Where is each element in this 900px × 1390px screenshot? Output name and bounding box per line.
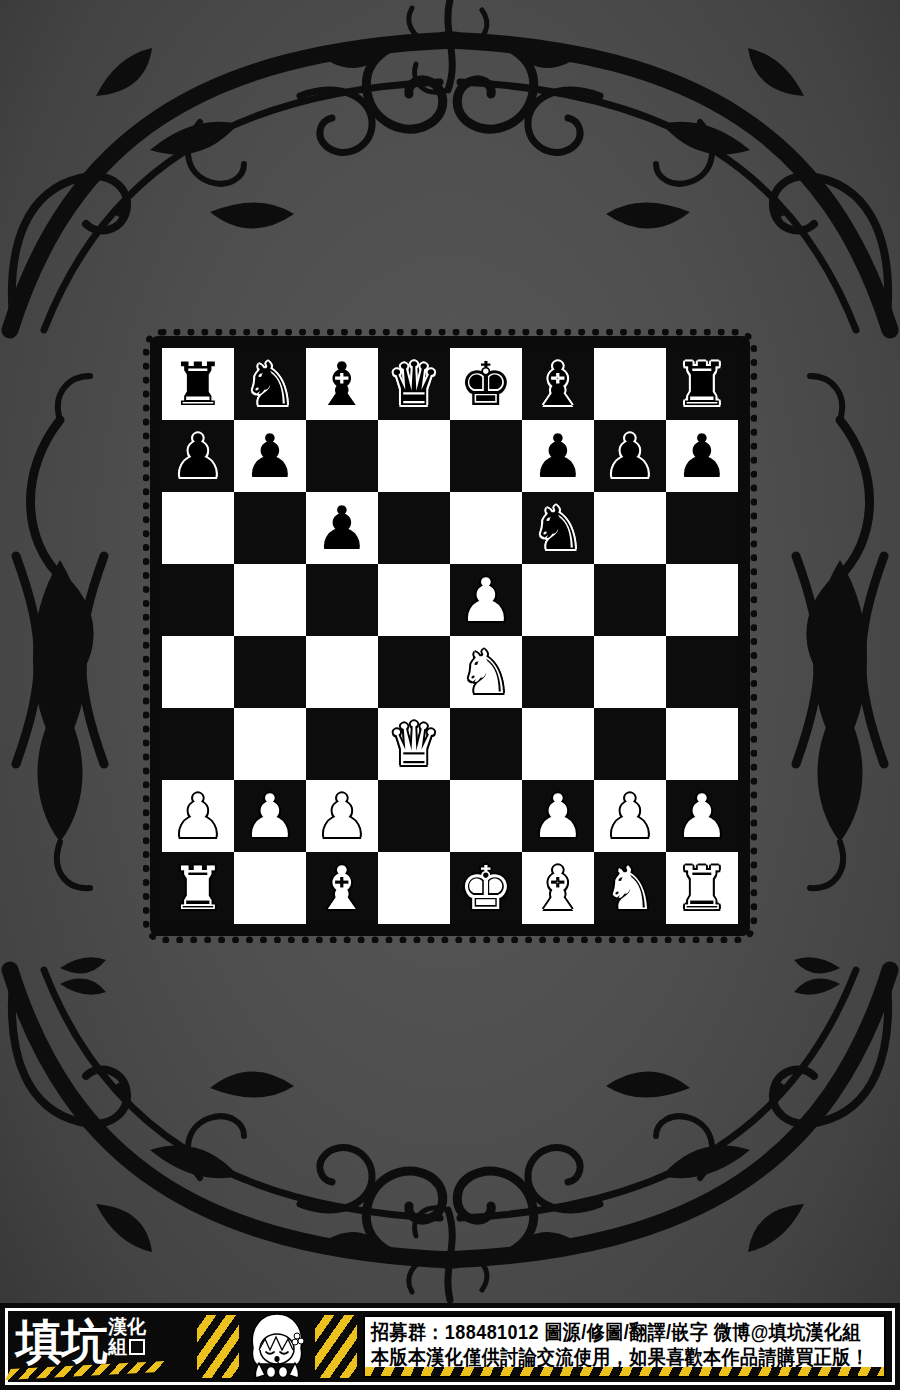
hazard-stripe-bottom [365,1367,884,1376]
black-pawn-f7[interactable]: ♟ [522,420,594,492]
white-pawn-b2[interactable]: ♟ [234,780,306,852]
black-bishop-c8[interactable]: ♝ [306,348,378,420]
chibi-girl-icon [245,1310,309,1382]
square-a3[interactable] [162,708,234,780]
black-rook-a8[interactable]: ♜ [162,348,234,420]
white-bishop-f1[interactable]: ♝ [522,852,594,924]
square-f3[interactable] [522,708,594,780]
square-b5[interactable] [234,564,306,636]
black-knight-f6[interactable]: ♞ [522,492,594,564]
square-c7[interactable] [306,420,378,492]
square-d1[interactable] [378,852,450,924]
black-bishop-f8[interactable]: ♝ [522,348,594,420]
square-b4[interactable] [234,636,306,708]
square-g3[interactable] [594,708,666,780]
white-pawn-g2[interactable]: ♟ [594,780,666,852]
black-queen-d8[interactable]: ♛ [378,348,450,420]
square-e2[interactable] [450,780,522,852]
square-e6[interactable] [450,492,522,564]
white-knight-e4[interactable]: ♞ [450,636,522,708]
black-rook-h8[interactable]: ♜ [666,348,738,420]
square-c3[interactable] [306,708,378,780]
square-c4[interactable] [306,636,378,708]
white-knight-g1[interactable]: ♞ [594,852,666,924]
square-h5[interactable] [666,564,738,636]
white-pawn-a2[interactable]: ♟ [162,780,234,852]
square-h3[interactable] [666,708,738,780]
chess-board[interactable]: ♜♞♝♛♚♝♜♟♟♟♟♟♟♞♟♞♛♟♟♟♟♟♟♜♝♚♝♞♜ [162,348,738,924]
square-d5[interactable] [378,564,450,636]
black-pawn-c6[interactable]: ♟ [306,492,378,564]
white-bishop-c1[interactable]: ♝ [306,852,378,924]
square-f5[interactable] [522,564,594,636]
square-f4[interactable] [522,636,594,708]
white-pawn-c2[interactable]: ♟ [306,780,378,852]
black-pawn-h7[interactable]: ♟ [666,420,738,492]
white-pawn-h2[interactable]: ♟ [666,780,738,852]
square-g5[interactable] [594,564,666,636]
square-c5[interactable] [306,564,378,636]
recruit-line: 招募群：188481012 圖源/修圖/翻譯/嵌字 微博@填坑漢化組 [371,1320,827,1345]
square-b1[interactable] [234,852,306,924]
white-king-e1[interactable]: ♚ [450,852,522,924]
square-d7[interactable] [378,420,450,492]
square-g8[interactable] [594,348,666,420]
square-d6[interactable] [378,492,450,564]
black-knight-b8[interactable]: ♞ [234,348,306,420]
credit-bar-frame: 填坑 漢化 組 [5,1308,895,1385]
square-b3[interactable] [234,708,306,780]
square-h6[interactable] [666,492,738,564]
logo-sub-line2: 組 [108,1337,127,1357]
square-b6[interactable] [234,492,306,564]
square-g6[interactable] [594,492,666,564]
square-a6[interactable] [162,492,234,564]
square-a4[interactable] [162,636,234,708]
black-pawn-b7[interactable]: ♟ [234,420,306,492]
square-d4[interactable] [378,636,450,708]
square-e7[interactable] [450,420,522,492]
white-pawn-e5[interactable]: ♟ [450,564,522,636]
black-pawn-a7[interactable]: ♟ [162,420,234,492]
scanlation-credit-bar: 填坑 漢化 組 [0,1303,900,1390]
square-e3[interactable] [450,708,522,780]
chess-board-anchor: ♜♞♝♛♚♝♜♟♟♟♟♟♟♞♟♞♛♟♟♟♟♟♟♜♝♚♝♞♜ [143,329,757,943]
scanlation-group-logo: 填坑 漢化 組 [8,1311,194,1382]
mascot-box [242,1311,312,1382]
hazard-stripe-panel-left [197,1315,239,1378]
logo-square-icon [129,1339,145,1355]
white-pawn-f2[interactable]: ♟ [522,780,594,852]
logo-main-text: 填坑 [16,1313,106,1371]
white-rook-a1[interactable]: ♜ [162,852,234,924]
black-pawn-g7[interactable]: ♟ [594,420,666,492]
board-lace-border: ♜♞♝♛♚♝♜♟♟♟♟♟♟♞♟♞♛♟♟♟♟♟♟♜♝♚♝♞♜ [143,329,757,943]
board-frame: ♜♞♝♛♚♝♜♟♟♟♟♟♟♞♟♞♛♟♟♟♟♟♟♜♝♚♝♞♜ [150,336,750,936]
white-queen-d3[interactable]: ♛ [378,708,450,780]
logo-sub-line1: 漢化 [108,1317,146,1337]
square-h4[interactable] [666,636,738,708]
black-king-e8[interactable]: ♚ [450,348,522,420]
hazard-stripe-panel-right [315,1315,357,1378]
square-d2[interactable] [378,780,450,852]
square-a5[interactable] [162,564,234,636]
square-g4[interactable] [594,636,666,708]
credit-text-block: 招募群：188481012 圖源/修圖/翻譯/嵌字 微博@填坑漢化組 本版本漢化… [363,1315,886,1378]
logo-sub-text: 漢化 組 [108,1317,146,1357]
white-rook-h1[interactable]: ♜ [666,852,738,924]
